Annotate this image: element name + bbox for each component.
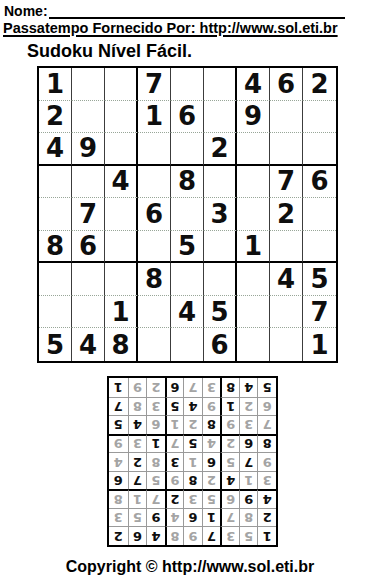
puzzle-cell-r1c6[interactable] bbox=[204, 68, 237, 101]
answer-cell-r6c3: 2 bbox=[220, 434, 239, 453]
answer-cell-r7c5: 2 bbox=[183, 415, 202, 434]
answer-cell-r3c6: 2 bbox=[165, 489, 184, 508]
answer-cell-r1c8: 6 bbox=[128, 526, 147, 545]
puzzle-cell-r9c7[interactable] bbox=[237, 328, 270, 361]
puzzle-cell-r4c4[interactable] bbox=[138, 166, 171, 199]
answer-cell-r2c7: 9 bbox=[146, 508, 165, 527]
answer-cell-r9c3: 8 bbox=[220, 378, 239, 397]
puzzle-cell-r3c7[interactable] bbox=[237, 133, 270, 166]
answer-cell-r2c4: 1 bbox=[202, 508, 221, 527]
answer-cell-r4c7: 5 bbox=[146, 471, 165, 490]
answer-cell-r9c4: 3 bbox=[202, 378, 221, 397]
puzzle-cell-r6c5[interactable]: 5 bbox=[171, 231, 204, 264]
puzzle-cell-r3c3[interactable] bbox=[105, 133, 138, 166]
sudoku-puzzle-grid[interactable]: 174622169492487676328651845145754861 bbox=[37, 66, 338, 363]
answer-cell-r6c2: 6 bbox=[239, 434, 258, 453]
answer-cell-r7c2: 3 bbox=[239, 415, 258, 434]
puzzle-cell-r8c2[interactable] bbox=[72, 296, 105, 329]
answer-cell-r9c5: 7 bbox=[183, 378, 202, 397]
answer-cell-r7c9: 5 bbox=[109, 415, 128, 434]
answer-cell-r7c7: 6 bbox=[146, 415, 165, 434]
answer-cell-r3c5: 3 bbox=[183, 489, 202, 508]
answer-cell-r1c3: 3 bbox=[220, 526, 239, 545]
puzzle-cell-r2c3[interactable] bbox=[105, 101, 138, 134]
puzzle-cell-r2c8[interactable] bbox=[270, 101, 303, 134]
answer-cell-r2c8: 5 bbox=[128, 508, 147, 527]
puzzle-cell-r8c6[interactable]: 5 bbox=[204, 296, 237, 329]
answer-cell-r3c4: 5 bbox=[202, 489, 221, 508]
puzzle-cell-r1c4[interactable]: 7 bbox=[138, 68, 171, 101]
puzzle-cell-r2c9[interactable] bbox=[303, 101, 336, 134]
puzzle-cell-r9c5[interactable] bbox=[171, 328, 204, 361]
puzzle-cell-r8c8[interactable] bbox=[270, 296, 303, 329]
puzzle-cell-r5c8[interactable]: 2 bbox=[270, 198, 303, 231]
answer-cell-r2c1: 2 bbox=[257, 508, 276, 527]
answer-cell-r9c2: 4 bbox=[239, 378, 258, 397]
puzzle-cell-r2c4[interactable]: 1 bbox=[138, 101, 171, 134]
puzzle-cell-r7c4[interactable]: 8 bbox=[138, 263, 171, 296]
puzzle-cell-r2c7[interactable]: 9 bbox=[237, 101, 270, 134]
puzzle-cell-r3c6[interactable]: 2 bbox=[204, 133, 237, 166]
puzzle-cell-r4c9[interactable]: 6 bbox=[303, 166, 336, 199]
answer-cell-r5c7: 8 bbox=[146, 452, 165, 471]
answer-cell-r6c5: 5 bbox=[183, 434, 202, 453]
puzzle-cell-r7c5[interactable] bbox=[171, 263, 204, 296]
puzzle-cell-r3c1[interactable]: 4 bbox=[39, 133, 72, 166]
answer-cell-r6c6: 7 bbox=[165, 434, 184, 453]
answer-cell-r3c3: 6 bbox=[220, 489, 239, 508]
puzzle-cell-r7c9[interactable]: 5 bbox=[303, 263, 336, 296]
puzzle-cell-r7c1[interactable] bbox=[39, 263, 72, 296]
puzzle-cell-r4c3[interactable]: 4 bbox=[105, 166, 138, 199]
answer-cell-r2c9: 3 bbox=[109, 508, 128, 527]
answer-cell-r7c6: 1 bbox=[165, 415, 184, 434]
puzzle-cell-r8c1[interactable] bbox=[39, 296, 72, 329]
answer-cell-r3c9: 8 bbox=[109, 489, 128, 508]
puzzle-cell-r8c5[interactable]: 4 bbox=[171, 296, 204, 329]
puzzle-cell-r5c5[interactable] bbox=[171, 198, 204, 231]
puzzle-cell-r4c8[interactable]: 7 bbox=[270, 166, 303, 199]
answer-cell-r7c4: 8 bbox=[202, 415, 221, 434]
puzzle-cell-r7c3[interactable] bbox=[105, 263, 138, 296]
puzzle-cell-r1c7[interactable]: 4 bbox=[237, 68, 270, 101]
answer-cell-r5c5: 1 bbox=[183, 452, 202, 471]
answer-cell-r5c2: 7 bbox=[239, 452, 258, 471]
answer-cell-r2c3: 7 bbox=[220, 508, 239, 527]
puzzle-cell-r8c4[interactable] bbox=[138, 296, 171, 329]
puzzle-cell-r8c9[interactable]: 7 bbox=[303, 296, 336, 329]
answer-cell-r4c4: 2 bbox=[202, 471, 221, 490]
answer-cell-r8c4: 9 bbox=[202, 397, 221, 416]
answer-cell-r8c1: 6 bbox=[257, 397, 276, 416]
name-row: Nome: bbox=[4, 2, 345, 19]
puzzle-cell-r1c9[interactable]: 2 bbox=[303, 68, 336, 101]
puzzle-cell-r3c4[interactable] bbox=[138, 133, 171, 166]
answer-cell-r5c9: 4 bbox=[109, 452, 128, 471]
answer-cell-r4c6: 9 bbox=[165, 471, 184, 490]
puzzle-cell-r5c1[interactable] bbox=[39, 198, 72, 231]
answer-cell-r4c3: 4 bbox=[220, 471, 239, 490]
puzzle-cell-r9c1[interactable]: 5 bbox=[39, 328, 72, 361]
puzzle-cell-r3c2[interactable]: 9 bbox=[72, 133, 105, 166]
answer-cell-r7c8: 4 bbox=[128, 415, 147, 434]
answer-cell-r4c8: 7 bbox=[128, 471, 147, 490]
answer-cell-r3c8: 1 bbox=[128, 489, 147, 508]
page-title: Sudoku Nível Fácil. bbox=[27, 41, 192, 62]
answer-cell-r5c1: 9 bbox=[257, 452, 276, 471]
answer-cell-r3c1: 4 bbox=[257, 489, 276, 508]
puzzle-cell-r6c1[interactable]: 8 bbox=[39, 231, 72, 264]
answer-cell-r6c4: 4 bbox=[202, 434, 221, 453]
answer-cell-r8c7: 3 bbox=[146, 397, 165, 416]
answer-cell-r9c6: 6 bbox=[165, 378, 184, 397]
answer-cell-r8c5: 4 bbox=[183, 397, 202, 416]
puzzle-cell-r9c4[interactable] bbox=[138, 328, 171, 361]
answer-cell-r1c5: 9 bbox=[183, 526, 202, 545]
puzzle-cell-r1c1[interactable]: 1 bbox=[39, 68, 72, 101]
puzzle-cell-r9c8[interactable] bbox=[270, 328, 303, 361]
puzzle-cell-r4c5[interactable]: 8 bbox=[171, 166, 204, 199]
puzzle-cell-r6c4[interactable] bbox=[138, 231, 171, 264]
answer-cell-r8c9: 7 bbox=[109, 397, 128, 416]
puzzle-cell-r1c8[interactable]: 6 bbox=[270, 68, 303, 101]
copyright-text: Copyright © http://www.sol.eti.br bbox=[0, 558, 380, 576]
puzzle-cell-r9c2[interactable]: 4 bbox=[72, 328, 105, 361]
answer-cell-r9c1: 5 bbox=[257, 378, 276, 397]
answer-cell-r2c2: 8 bbox=[239, 508, 258, 527]
puzzle-cell-r1c2[interactable] bbox=[72, 68, 105, 101]
puzzle-cell-r5c9[interactable] bbox=[303, 198, 336, 231]
answer-cell-r6c9: 9 bbox=[109, 434, 128, 453]
answer-cell-r8c8: 8 bbox=[128, 397, 147, 416]
answer-cell-r6c8: 3 bbox=[128, 434, 147, 453]
answer-cell-r5c3: 5 bbox=[220, 452, 239, 471]
answer-cell-r7c3: 9 bbox=[220, 415, 239, 434]
puzzle-cell-r7c2[interactable] bbox=[72, 263, 105, 296]
puzzle-cell-r6c3[interactable] bbox=[105, 231, 138, 264]
puzzle-cell-r2c1[interactable]: 2 bbox=[39, 101, 72, 134]
puzzle-cell-r5c7[interactable] bbox=[237, 198, 270, 231]
puzzle-cell-r3c8[interactable] bbox=[270, 133, 303, 166]
name-blank-line[interactable] bbox=[49, 2, 345, 19]
puzzle-cell-r9c3[interactable]: 8 bbox=[105, 328, 138, 361]
puzzle-cell-r8c3[interactable]: 1 bbox=[105, 296, 138, 329]
puzzle-cell-r3c9[interactable] bbox=[303, 133, 336, 166]
puzzle-cell-r4c7[interactable] bbox=[237, 166, 270, 199]
answer-cell-r9c9: 1 bbox=[109, 378, 128, 397]
puzzle-cell-r6c7[interactable]: 1 bbox=[237, 231, 270, 264]
sudoku-answer-grid-rotated: 1537984622871649534965327183142895769756… bbox=[107, 376, 278, 547]
puzzle-cell-r4c1[interactable] bbox=[39, 166, 72, 199]
answer-cell-r3c7: 7 bbox=[146, 489, 165, 508]
puzzle-cell-r9c9[interactable]: 1 bbox=[303, 328, 336, 361]
answer-cell-r7c1: 7 bbox=[257, 415, 276, 434]
answer-cell-r1c9: 2 bbox=[109, 526, 128, 545]
answer-cell-r1c2: 5 bbox=[239, 526, 258, 545]
answer-cell-r4c1: 3 bbox=[257, 471, 276, 490]
answer-cell-r4c2: 1 bbox=[239, 471, 258, 490]
answer-cell-r5c8: 2 bbox=[128, 452, 147, 471]
name-label: Nome: bbox=[4, 3, 48, 19]
puzzle-cell-r7c7[interactable] bbox=[237, 263, 270, 296]
puzzle-cell-r4c6[interactable] bbox=[204, 166, 237, 199]
puzzle-cell-r7c6[interactable] bbox=[204, 263, 237, 296]
puzzle-cell-r2c6[interactable] bbox=[204, 101, 237, 134]
puzzle-cell-r5c4[interactable]: 6 bbox=[138, 198, 171, 231]
answer-cell-r1c6: 8 bbox=[165, 526, 184, 545]
answer-cell-r8c3: 1 bbox=[220, 397, 239, 416]
puzzle-cell-r5c6[interactable]: 3 bbox=[204, 198, 237, 231]
answer-cell-r5c6: 3 bbox=[165, 452, 184, 471]
puzzle-cell-r8c7[interactable] bbox=[237, 296, 270, 329]
answer-cell-r5c4: 6 bbox=[202, 452, 221, 471]
puzzle-cell-r6c2[interactable]: 6 bbox=[72, 231, 105, 264]
answer-cell-r4c5: 8 bbox=[183, 471, 202, 490]
answer-cell-r9c7: 2 bbox=[146, 378, 165, 397]
answer-cell-r1c7: 4 bbox=[146, 526, 165, 545]
provider-line: Passatempo Fornecido Por: http://www.sol… bbox=[3, 20, 338, 36]
answer-cell-r3c2: 9 bbox=[239, 489, 258, 508]
puzzle-cell-r6c8[interactable] bbox=[270, 231, 303, 264]
puzzle-cell-r1c3[interactable] bbox=[105, 68, 138, 101]
puzzle-cell-r1c5[interactable] bbox=[171, 68, 204, 101]
puzzle-cell-r5c2[interactable]: 7 bbox=[72, 198, 105, 231]
answer-cell-r4c9: 6 bbox=[109, 471, 128, 490]
answer-cell-r1c1: 1 bbox=[257, 526, 276, 545]
puzzle-cell-r6c9[interactable] bbox=[303, 231, 336, 264]
puzzle-cell-r3c5[interactable] bbox=[171, 133, 204, 166]
puzzle-cell-r9c6[interactable]: 6 bbox=[204, 328, 237, 361]
puzzle-cell-r7c8[interactable]: 4 bbox=[270, 263, 303, 296]
answer-cell-r2c6: 4 bbox=[165, 508, 184, 527]
answer-cell-r6c7: 1 bbox=[146, 434, 165, 453]
puzzle-cell-r2c2[interactable] bbox=[72, 101, 105, 134]
puzzle-cell-r2c5[interactable]: 6 bbox=[171, 101, 204, 134]
answer-cell-r1c4: 7 bbox=[202, 526, 221, 545]
answer-cell-r9c8: 9 bbox=[128, 378, 147, 397]
puzzle-cell-r4c2[interactable] bbox=[72, 166, 105, 199]
puzzle-cell-r6c6[interactable] bbox=[204, 231, 237, 264]
answer-cell-r8c6: 5 bbox=[165, 397, 184, 416]
puzzle-cell-r5c3[interactable] bbox=[105, 198, 138, 231]
answer-cell-r8c2: 2 bbox=[239, 397, 258, 416]
answer-cell-r6c1: 8 bbox=[257, 434, 276, 453]
answer-cell-r2c5: 6 bbox=[183, 508, 202, 527]
